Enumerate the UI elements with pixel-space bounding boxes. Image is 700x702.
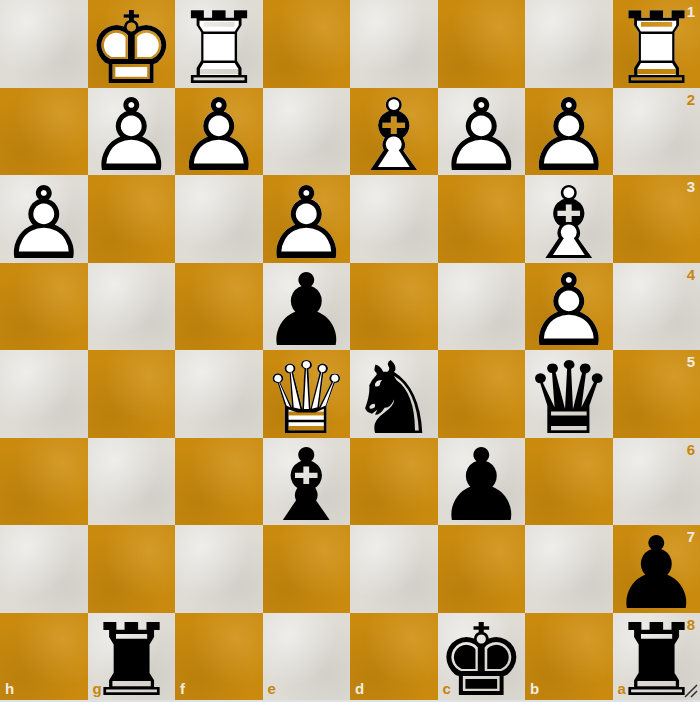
square-h1[interactable] bbox=[0, 0, 88, 88]
square-g4[interactable] bbox=[88, 263, 176, 351]
square-a4[interactable]: 4 bbox=[613, 263, 700, 351]
white-pawn[interactable]: ♟ bbox=[175, 93, 263, 181]
white-bishop-outline: ♗ bbox=[350, 93, 438, 181]
square-c1[interactable] bbox=[438, 0, 526, 88]
black-pawn[interactable]: ♟ bbox=[613, 530, 700, 618]
white-pawn[interactable]: ♟ bbox=[525, 93, 613, 181]
square-h6[interactable] bbox=[0, 438, 88, 526]
file-label-c: c bbox=[443, 681, 451, 696]
chess-board: ♚♔♜♖♜♖1♟♙♟♙♝♗♟♙♟♙2♟♙♟♙♝♗3♟♟♙4♛♕♞♛5♝♟6♟7h… bbox=[0, 0, 700, 700]
square-c8[interactable]: ♚c bbox=[438, 613, 526, 701]
square-h2[interactable] bbox=[0, 88, 88, 176]
square-a3[interactable]: 3 bbox=[613, 175, 700, 263]
square-d4[interactable] bbox=[350, 263, 438, 351]
square-h5[interactable] bbox=[0, 350, 88, 438]
square-c3[interactable] bbox=[438, 175, 526, 263]
square-g2[interactable]: ♟♙ bbox=[88, 88, 176, 176]
square-c4[interactable] bbox=[438, 263, 526, 351]
square-e2[interactable] bbox=[263, 88, 351, 176]
square-e6[interactable]: ♝ bbox=[263, 438, 351, 526]
file-label-a: a bbox=[618, 681, 626, 696]
white-pawn-outline: ♙ bbox=[88, 93, 176, 181]
square-b3[interactable]: ♝♗ bbox=[525, 175, 613, 263]
file-label-f: f bbox=[180, 681, 185, 696]
square-a1[interactable]: ♜♖1 bbox=[613, 0, 700, 88]
square-f8[interactable]: f bbox=[175, 613, 263, 701]
square-g1[interactable]: ♚♔ bbox=[88, 0, 176, 88]
white-rook[interactable]: ♜ bbox=[175, 5, 263, 93]
white-king-outline: ♔ bbox=[88, 5, 176, 93]
square-f1[interactable]: ♜♖ bbox=[175, 0, 263, 88]
square-f3[interactable] bbox=[175, 175, 263, 263]
white-queen[interactable]: ♛ bbox=[263, 355, 351, 443]
white-rook-outline: ♖ bbox=[175, 5, 263, 93]
white-pawn-outline: ♙ bbox=[263, 180, 351, 268]
white-pawn-outline: ♙ bbox=[0, 180, 88, 268]
rank-label-1: 1 bbox=[687, 4, 695, 19]
square-g5[interactable] bbox=[88, 350, 176, 438]
white-pawn[interactable]: ♟ bbox=[0, 180, 88, 268]
square-e4[interactable]: ♟ bbox=[263, 263, 351, 351]
white-pawn-outline: ♙ bbox=[438, 93, 526, 181]
rank-label-5: 5 bbox=[687, 354, 695, 369]
square-a5[interactable]: 5 bbox=[613, 350, 700, 438]
white-pawn[interactable]: ♟ bbox=[525, 268, 613, 356]
white-bishop-outline: ♗ bbox=[525, 180, 613, 268]
rank-label-8: 8 bbox=[687, 617, 695, 632]
square-g3[interactable] bbox=[88, 175, 176, 263]
square-c2[interactable]: ♟♙ bbox=[438, 88, 526, 176]
square-a2[interactable]: 2 bbox=[613, 88, 700, 176]
square-b2[interactable]: ♟♙ bbox=[525, 88, 613, 176]
white-bishop[interactable]: ♝ bbox=[525, 180, 613, 268]
white-queen-outline: ♕ bbox=[263, 355, 351, 443]
square-d5[interactable]: ♞ bbox=[350, 350, 438, 438]
square-a6[interactable]: 6 bbox=[613, 438, 700, 526]
square-f5[interactable] bbox=[175, 350, 263, 438]
square-d3[interactable] bbox=[350, 175, 438, 263]
black-pawn[interactable]: ♟ bbox=[438, 443, 526, 531]
rank-label-4: 4 bbox=[687, 267, 695, 282]
square-b6[interactable] bbox=[525, 438, 613, 526]
square-c7[interactable] bbox=[438, 525, 526, 613]
square-h4[interactable] bbox=[0, 263, 88, 351]
chess-app: ♚♔♜♖♜♖1♟♙♟♙♝♗♟♙♟♙2♟♙♟♙♝♗3♟♟♙4♛♕♞♛5♝♟6♟7h… bbox=[0, 0, 700, 702]
square-h3[interactable]: ♟♙ bbox=[0, 175, 88, 263]
white-pawn[interactable]: ♟ bbox=[263, 180, 351, 268]
square-f7[interactable] bbox=[175, 525, 263, 613]
square-e7[interactable] bbox=[263, 525, 351, 613]
white-pawn[interactable]: ♟ bbox=[88, 93, 176, 181]
square-d2[interactable]: ♝♗ bbox=[350, 88, 438, 176]
square-c6[interactable]: ♟ bbox=[438, 438, 526, 526]
white-pawn-outline: ♙ bbox=[175, 93, 263, 181]
rank-label-2: 2 bbox=[687, 92, 695, 107]
white-pawn-outline: ♙ bbox=[525, 93, 613, 181]
square-b7[interactable] bbox=[525, 525, 613, 613]
square-e3[interactable]: ♟♙ bbox=[263, 175, 351, 263]
square-e1[interactable] bbox=[263, 0, 351, 88]
square-b4[interactable]: ♟♙ bbox=[525, 263, 613, 351]
square-f4[interactable] bbox=[175, 263, 263, 351]
file-label-h: h bbox=[5, 681, 14, 696]
black-queen[interactable]: ♛ bbox=[525, 355, 613, 443]
black-king[interactable]: ♚ bbox=[438, 618, 526, 702]
square-h8[interactable]: h bbox=[0, 613, 88, 701]
square-e5[interactable]: ♛♕ bbox=[263, 350, 351, 438]
square-d7[interactable] bbox=[350, 525, 438, 613]
file-label-d: d bbox=[355, 681, 364, 696]
file-label-g: g bbox=[93, 681, 102, 696]
black-rook[interactable]: ♜ bbox=[88, 618, 176, 702]
square-h7[interactable] bbox=[0, 525, 88, 613]
square-d8[interactable]: d bbox=[350, 613, 438, 701]
rank-label-3: 3 bbox=[687, 179, 695, 194]
white-pawn-outline: ♙ bbox=[525, 268, 613, 356]
square-f6[interactable] bbox=[175, 438, 263, 526]
square-b5[interactable]: ♛ bbox=[525, 350, 613, 438]
black-bishop[interactable]: ♝ bbox=[263, 443, 351, 531]
square-a7[interactable]: ♟7 bbox=[613, 525, 700, 613]
file-label-e: e bbox=[268, 681, 276, 696]
white-king[interactable]: ♚ bbox=[88, 5, 176, 93]
file-label-b: b bbox=[530, 681, 539, 696]
square-b1[interactable] bbox=[525, 0, 613, 88]
white-rook-outline: ♖ bbox=[613, 5, 700, 93]
square-d6[interactable] bbox=[350, 438, 438, 526]
square-f2[interactable]: ♟♙ bbox=[175, 88, 263, 176]
square-e8[interactable]: e bbox=[263, 613, 351, 701]
black-knight[interactable]: ♞ bbox=[350, 355, 438, 443]
square-d1[interactable] bbox=[350, 0, 438, 88]
rank-label-6: 6 bbox=[687, 442, 695, 457]
square-g8[interactable]: ♜g bbox=[88, 613, 176, 701]
black-pawn[interactable]: ♟ bbox=[263, 268, 351, 356]
white-pawn[interactable]: ♟ bbox=[438, 93, 526, 181]
rank-label-7: 7 bbox=[687, 529, 695, 544]
square-b8[interactable]: b bbox=[525, 613, 613, 701]
square-g6[interactable] bbox=[88, 438, 176, 526]
white-rook[interactable]: ♜ bbox=[613, 5, 700, 93]
square-c5[interactable] bbox=[438, 350, 526, 438]
resize-handle-icon[interactable] bbox=[682, 682, 698, 698]
square-g7[interactable] bbox=[88, 525, 176, 613]
white-bishop[interactable]: ♝ bbox=[350, 93, 438, 181]
